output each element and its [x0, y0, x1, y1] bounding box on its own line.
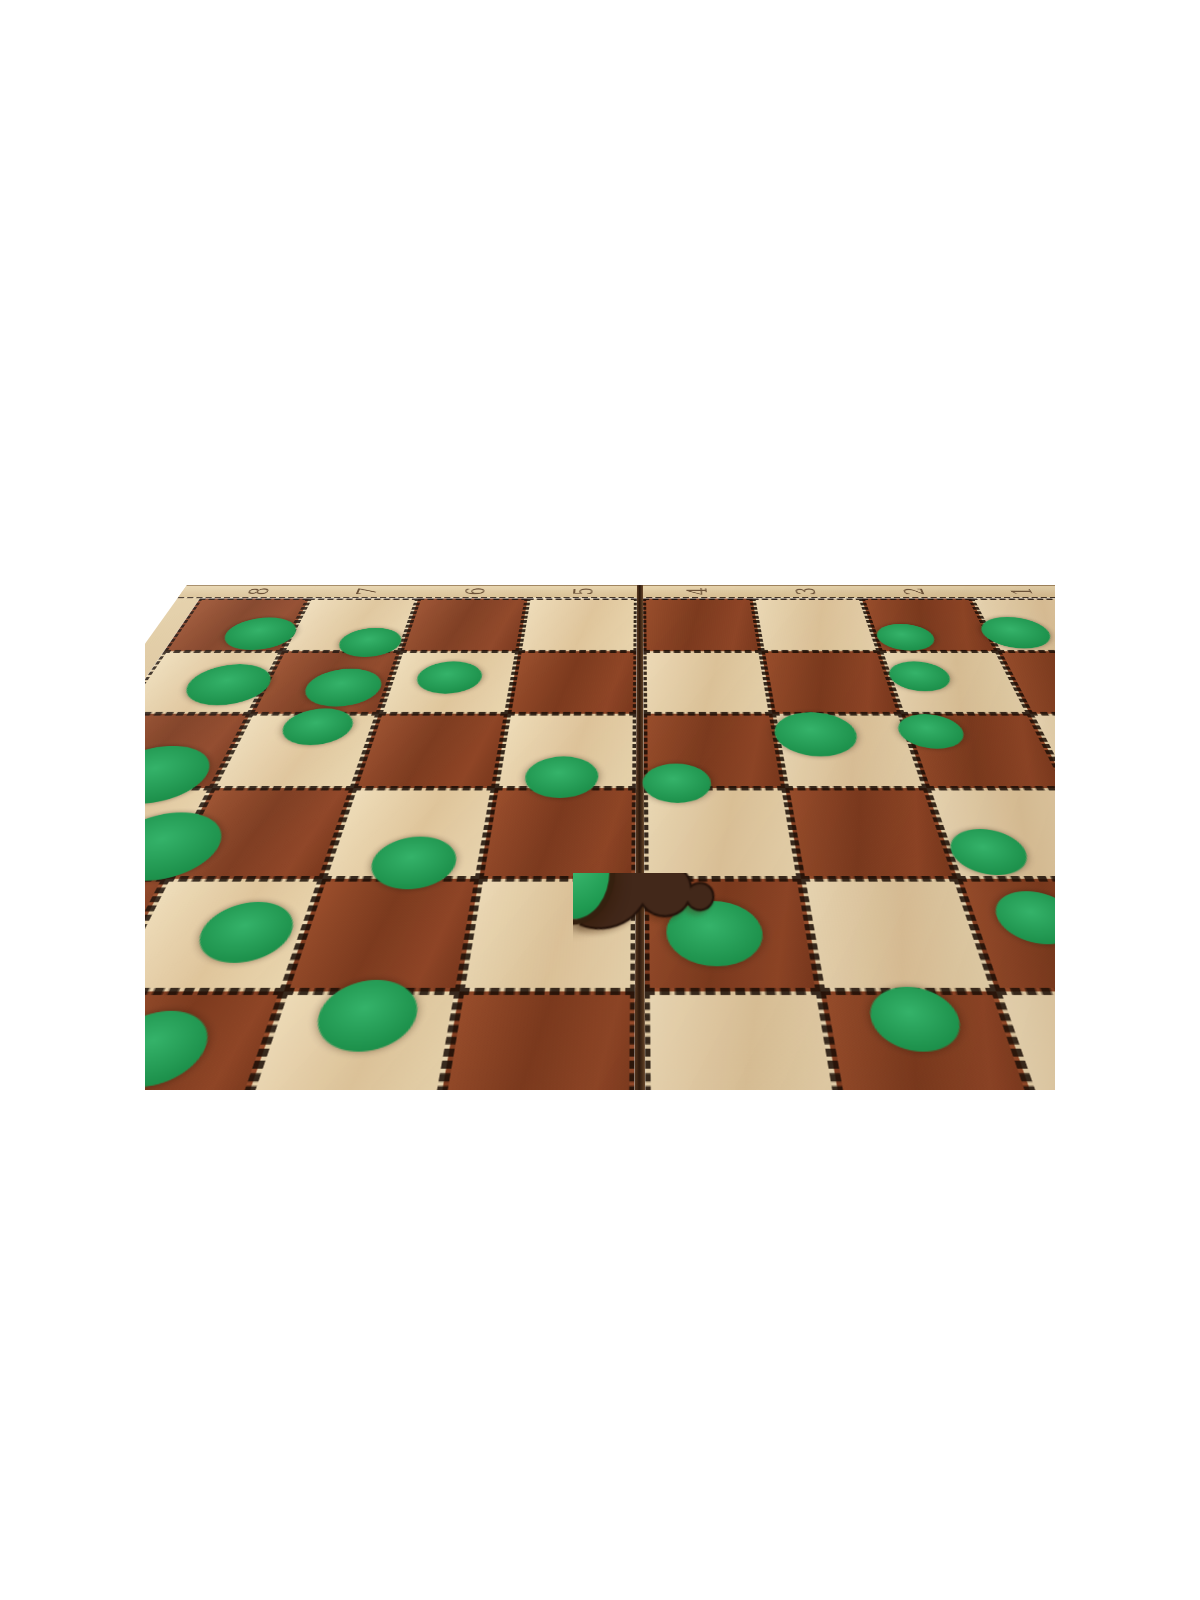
light-pawn-glyph: ♟	[835, 854, 992, 1029]
product-photo-page: { "game": "chess", "scene": "Overhead-an…	[0, 0, 1200, 1600]
dark-pawn-glyph: ♟	[145, 850, 249, 1061]
chess-set-photograph: 87654321♜♞♚♛♟♝♟♟♟♟♟♟♟♟♝♞♟♟♟♟♟♟♜♟	[145, 500, 1055, 1090]
rank-label-4: 4	[682, 585, 714, 598]
rank-label-5: 5	[567, 585, 599, 598]
square-col5-row6	[645, 991, 846, 1090]
square-col4-row6	[435, 991, 636, 1090]
dark-pawn-glyph: ♟	[276, 823, 460, 1028]
light-bishop-glyph: ♝	[609, 715, 817, 947]
chess-board: 87654321♜♞♚♛♟♝♟♟♟♟♟♟♟♟♝♞♟♟♟♟♟♟♜♟	[145, 585, 1055, 1090]
